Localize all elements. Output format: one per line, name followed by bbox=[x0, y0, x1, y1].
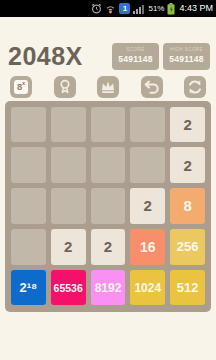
medal-icon bbox=[54, 76, 76, 98]
tile-2: 2 bbox=[170, 107, 205, 143]
empty-cell bbox=[11, 147, 46, 183]
empty-cell bbox=[91, 188, 126, 224]
notification-badge: 1 bbox=[119, 3, 130, 14]
notification-count: 1 bbox=[123, 5, 127, 13]
empty-cell bbox=[130, 107, 165, 143]
header: 2048X SCORE 5491148 HIGH SCORE 5491148 bbox=[0, 17, 216, 71]
app-tile-sup: x bbox=[22, 81, 25, 86]
tile-8: 8 bbox=[170, 188, 205, 224]
score-box: SCORE 5491148 bbox=[112, 43, 159, 70]
tile-2: 2 bbox=[91, 229, 126, 265]
empty-cell bbox=[51, 147, 86, 183]
leaderboard-button[interactable] bbox=[97, 76, 119, 98]
restart-button[interactable] bbox=[184, 76, 206, 98]
restart-icon bbox=[184, 76, 206, 98]
toolbar: 8x bbox=[0, 76, 216, 98]
empty-cell bbox=[51, 188, 86, 224]
battery-icon bbox=[167, 3, 175, 15]
empty-cell bbox=[91, 147, 126, 183]
crown-icon bbox=[97, 76, 119, 98]
wifi-hotspot-icon bbox=[105, 3, 116, 14]
empty-cell bbox=[91, 107, 126, 143]
tile-2: 2 bbox=[130, 188, 165, 224]
tile-8192: 8192 bbox=[91, 270, 126, 306]
tile-65536: 65536 bbox=[51, 270, 86, 306]
empty-cell bbox=[11, 107, 46, 143]
tile-256: 256 bbox=[170, 229, 205, 265]
app-screen: 1 51% 4:43 PM 2048X SCORE 5491148 HIGH S… bbox=[0, 0, 216, 360]
high-score-label: HIGH SCORE bbox=[170, 48, 203, 53]
undo-button[interactable] bbox=[141, 76, 163, 98]
tile-2: 2 bbox=[170, 147, 205, 183]
high-score-value: 5491148 bbox=[169, 55, 204, 64]
signal-strength-icon bbox=[133, 3, 145, 14]
empty-cell bbox=[11, 229, 46, 265]
tile-262144: 2¹⁸ bbox=[11, 270, 46, 306]
tile-512: 512 bbox=[170, 270, 205, 306]
high-score-box: HIGH SCORE 5491148 bbox=[163, 43, 210, 70]
status-time: 4:43 PM bbox=[179, 4, 213, 13]
board-grid[interactable]: 222822162562¹⁸6553681921024512 bbox=[5, 101, 211, 312]
tile-2: 2 bbox=[51, 229, 86, 265]
score-panel: SCORE 5491148 HIGH SCORE 5491148 bbox=[112, 43, 210, 70]
score-value: 5491148 bbox=[118, 55, 153, 64]
empty-cell bbox=[11, 188, 46, 224]
battery-percent: 51% bbox=[148, 5, 164, 13]
app-title: 2048X bbox=[8, 43, 83, 71]
alarm-clock-icon bbox=[91, 3, 102, 14]
tile-8-app-icon: 8x bbox=[14, 80, 28, 94]
tile-1024: 1024 bbox=[130, 270, 165, 306]
tile-16: 16 bbox=[130, 229, 165, 265]
empty-cell bbox=[51, 107, 86, 143]
score-label: SCORE bbox=[126, 48, 144, 53]
achievements-button[interactable] bbox=[54, 76, 76, 98]
app-tile-button[interactable]: 8x bbox=[10, 76, 32, 98]
status-bar: 1 51% 4:43 PM bbox=[0, 0, 216, 17]
undo-icon bbox=[141, 76, 163, 98]
empty-cell bbox=[130, 147, 165, 183]
